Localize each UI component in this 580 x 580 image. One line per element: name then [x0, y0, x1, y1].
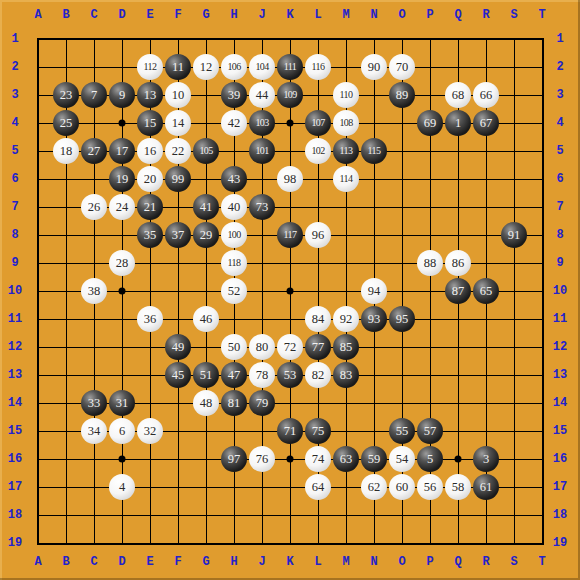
move-number: 104: [255, 62, 268, 72]
move-number: 71: [284, 425, 297, 438]
row-label: 4: [11, 117, 18, 129]
stone-white: 20: [137, 166, 163, 192]
move-number: 97: [228, 453, 241, 466]
move-number: 4: [119, 481, 125, 494]
row-label: 1: [11, 33, 18, 45]
row-label: 6: [11, 173, 18, 185]
stone-white: 46: [193, 306, 219, 332]
move-number: 90: [368, 61, 381, 74]
move-number: 13: [144, 89, 157, 102]
stone-black: 23: [53, 82, 79, 108]
move-number: 58: [452, 481, 465, 494]
stone-white: 104: [249, 54, 275, 80]
column-label: J: [258, 9, 265, 21]
star-point: [119, 456, 126, 463]
move-number: 50: [228, 341, 241, 354]
star-point: [287, 456, 294, 463]
move-number: 40: [228, 201, 241, 214]
move-number: 76: [256, 453, 269, 466]
move-number: 25: [60, 117, 73, 130]
move-number: 96: [312, 229, 325, 242]
stone-black: 105: [193, 138, 219, 164]
move-number: 111: [284, 62, 296, 72]
move-number: 29: [200, 229, 213, 242]
stone-white: 52: [221, 278, 247, 304]
move-number: 45: [172, 369, 185, 382]
move-number: 56: [424, 481, 437, 494]
move-number: 34: [88, 425, 101, 438]
stone-white: 114: [333, 166, 359, 192]
move-number: 93: [368, 313, 381, 326]
column-label: G: [202, 9, 209, 21]
move-number: 61: [480, 481, 493, 494]
move-number: 62: [368, 481, 381, 494]
move-number: 79: [256, 397, 269, 410]
move-number: 118: [228, 258, 241, 268]
stone-white: 58: [445, 474, 471, 500]
column-label: L: [314, 556, 321, 568]
column-label: C: [90, 9, 97, 21]
move-number: 86: [452, 257, 465, 270]
move-number: 1: [455, 117, 461, 130]
stone-black: 97: [221, 446, 247, 472]
stone-black: 61: [473, 474, 499, 500]
move-number: 87: [452, 285, 465, 298]
move-number: 19: [116, 173, 129, 186]
stone-black: 21: [137, 194, 163, 220]
move-number: 44: [256, 89, 269, 102]
stone-white: 96: [305, 222, 331, 248]
stone-white: 92: [333, 306, 359, 332]
move-number: 11: [172, 61, 184, 74]
move-number: 69: [424, 117, 437, 130]
move-number: 60: [396, 481, 409, 494]
stone-black: 7: [81, 82, 107, 108]
stone-black: 65: [473, 278, 499, 304]
stone-white: 62: [361, 474, 387, 500]
move-number: 48: [200, 397, 213, 410]
stone-black: 59: [361, 446, 387, 472]
stone-black: 35: [137, 222, 163, 248]
column-label: O: [398, 556, 405, 568]
move-number: 85: [340, 341, 353, 354]
stone-white: 24: [109, 194, 135, 220]
row-label: 11: [553, 313, 567, 325]
column-label: H: [230, 9, 237, 21]
stone-white: 90: [361, 54, 387, 80]
column-label: A: [34, 9, 41, 21]
stone-black: 27: [81, 138, 107, 164]
move-number: 89: [396, 89, 409, 102]
stone-black: 81: [221, 390, 247, 416]
row-label: 3: [556, 89, 563, 101]
move-number: 38: [88, 285, 101, 298]
move-number: 46: [200, 313, 213, 326]
move-number: 10: [172, 89, 185, 102]
stone-black: 15: [137, 110, 163, 136]
stone-black: 3: [473, 446, 499, 472]
column-label: J: [258, 556, 265, 568]
move-number: 5: [427, 453, 433, 466]
move-number: 68: [452, 89, 465, 102]
move-number: 83: [340, 369, 353, 382]
stone-black: 9: [109, 82, 135, 108]
row-label: 9: [11, 257, 18, 269]
stone-white: 84: [305, 306, 331, 332]
star-point: [119, 288, 126, 295]
row-label: 13: [8, 369, 22, 381]
column-label: S: [510, 9, 517, 21]
move-number: 94: [368, 285, 381, 298]
move-number: 53: [284, 369, 297, 382]
column-label: A: [34, 556, 41, 568]
move-number: 100: [227, 230, 240, 240]
column-label: S: [510, 556, 517, 568]
stone-white: 38: [81, 278, 107, 304]
column-label: L: [314, 9, 321, 21]
move-number: 31: [116, 397, 129, 410]
move-number: 42: [228, 117, 241, 130]
stone-black: 11: [165, 54, 191, 80]
move-number: 39: [228, 89, 241, 102]
move-number: 63: [340, 453, 353, 466]
row-label: 12: [553, 341, 567, 353]
stone-white: 60: [389, 474, 415, 500]
stone-black: 75: [305, 418, 331, 444]
stone-black: 51: [193, 362, 219, 388]
stone-black: 37: [165, 222, 191, 248]
move-number: 66: [480, 89, 493, 102]
column-label: D: [118, 556, 125, 568]
move-number: 59: [368, 453, 381, 466]
column-label: M: [342, 556, 349, 568]
column-label: R: [482, 9, 489, 21]
stone-black: 117: [277, 222, 303, 248]
stone-white: 100: [221, 222, 247, 248]
row-label: 18: [553, 509, 567, 521]
stone-white: 82: [305, 362, 331, 388]
move-number: 91: [508, 229, 521, 242]
stone-white: 14: [165, 110, 191, 136]
move-number: 112: [144, 62, 157, 72]
stone-black: 113: [333, 138, 359, 164]
move-number: 95: [396, 313, 409, 326]
column-label: K: [286, 9, 293, 21]
stone-white: 56: [417, 474, 443, 500]
move-number: 67: [480, 117, 493, 130]
stone-white: 112: [137, 54, 163, 80]
stone-black: 87: [445, 278, 471, 304]
stone-white: 4: [109, 474, 135, 500]
stone-white: 18: [53, 138, 79, 164]
stone-white: 74: [305, 446, 331, 472]
stone-black: 41: [193, 194, 219, 220]
stone-black: 31: [109, 390, 135, 416]
stone-black: 47: [221, 362, 247, 388]
stone-black: 93: [361, 306, 387, 332]
move-number: 98: [284, 173, 297, 186]
row-label: 13: [553, 369, 567, 381]
row-label: 14: [8, 397, 22, 409]
move-number: 109: [283, 90, 296, 100]
column-label: F: [174, 556, 181, 568]
row-label: 9: [556, 257, 563, 269]
stone-white: 44: [249, 82, 275, 108]
stone-white: 116: [305, 54, 331, 80]
stone-white: 34: [81, 418, 107, 444]
move-number: 103: [255, 118, 268, 128]
move-number: 3: [483, 453, 489, 466]
stone-black: 91: [501, 222, 527, 248]
move-number: 116: [312, 62, 325, 72]
move-number: 102: [311, 146, 324, 156]
stone-white: 50: [221, 334, 247, 360]
move-number: 99: [172, 173, 185, 186]
column-label: Q: [454, 9, 461, 21]
move-number: 43: [228, 173, 241, 186]
row-label: 10: [553, 285, 567, 297]
column-label: B: [62, 556, 69, 568]
row-label: 1: [556, 33, 563, 45]
column-label: N: [370, 9, 377, 21]
stone-white: 70: [389, 54, 415, 80]
column-label: D: [118, 9, 125, 21]
stone-black: 101: [249, 138, 275, 164]
stone-black: 33: [81, 390, 107, 416]
row-label: 16: [553, 453, 567, 465]
move-number: 52: [228, 285, 241, 298]
stone-black: 107: [305, 110, 331, 136]
move-number: 54: [396, 453, 409, 466]
stone-black: 39: [221, 82, 247, 108]
move-number: 73: [256, 201, 269, 214]
stone-black: 49: [165, 334, 191, 360]
column-label: O: [398, 9, 405, 21]
stone-black: 53: [277, 362, 303, 388]
stone-black: 103: [249, 110, 275, 136]
move-number: 77: [312, 341, 325, 354]
row-label: 19: [553, 537, 567, 549]
move-number: 6: [119, 425, 125, 438]
move-number: 88: [424, 257, 437, 270]
move-number: 84: [312, 313, 325, 326]
stone-white: 106: [221, 54, 247, 80]
row-label: 6: [556, 173, 563, 185]
column-label: Q: [454, 556, 461, 568]
stone-black: 29: [193, 222, 219, 248]
stone-black: 19: [109, 166, 135, 192]
stone-black: 109: [277, 82, 303, 108]
stone-white: 98: [277, 166, 303, 192]
stone-black: 57: [417, 418, 443, 444]
stone-black: 73: [249, 194, 275, 220]
move-number: 115: [368, 146, 381, 156]
column-label: R: [482, 556, 489, 568]
column-label: T: [538, 9, 545, 21]
stone-white: 102: [305, 138, 331, 164]
row-label: 12: [8, 341, 22, 353]
stone-black: 115: [361, 138, 387, 164]
move-number: 108: [339, 118, 352, 128]
column-label: G: [202, 556, 209, 568]
stone-black: 69: [417, 110, 443, 136]
stone-white: 40: [221, 194, 247, 220]
stone-white: 28: [109, 250, 135, 276]
row-label: 15: [553, 425, 567, 437]
stone-black: 25: [53, 110, 79, 136]
row-label: 11: [8, 313, 22, 325]
row-label: 5: [11, 145, 18, 157]
row-label: 17: [8, 481, 22, 493]
move-number: 105: [199, 146, 212, 156]
stone-white: 68: [445, 82, 471, 108]
move-number: 41: [200, 201, 213, 214]
stone-black: 83: [333, 362, 359, 388]
move-number: 14: [172, 117, 185, 130]
move-number: 92: [340, 313, 353, 326]
star-point: [287, 120, 294, 127]
move-number: 18: [60, 145, 73, 158]
move-number: 72: [284, 341, 297, 354]
row-label: 5: [556, 145, 563, 157]
column-label: B: [62, 9, 69, 21]
stone-black: 71: [277, 418, 303, 444]
stone-black: 111: [277, 54, 303, 80]
move-number: 20: [144, 173, 157, 186]
stone-white: 64: [305, 474, 331, 500]
stone-black: 89: [389, 82, 415, 108]
move-number: 80: [256, 341, 269, 354]
stone-black: 63: [333, 446, 359, 472]
stone-white: 108: [333, 110, 359, 136]
move-number: 35: [144, 229, 157, 242]
stone-white: 72: [277, 334, 303, 360]
stone-white: 80: [249, 334, 275, 360]
column-label: E: [146, 9, 153, 21]
move-number: 16: [144, 145, 157, 158]
stone-white: 78: [249, 362, 275, 388]
move-number: 113: [340, 146, 353, 156]
move-number: 82: [312, 369, 325, 382]
row-label: 15: [8, 425, 22, 437]
move-number: 49: [172, 341, 185, 354]
move-number: 36: [144, 313, 157, 326]
move-number: 15: [144, 117, 157, 130]
move-number: 106: [227, 62, 240, 72]
stone-black: 43: [221, 166, 247, 192]
column-label: P: [426, 9, 433, 21]
move-number: 55: [396, 425, 409, 438]
column-label: P: [426, 556, 433, 568]
move-number: 57: [424, 425, 437, 438]
column-label: C: [90, 556, 97, 568]
stone-white: 66: [473, 82, 499, 108]
stone-white: 48: [193, 390, 219, 416]
stone-white: 32: [137, 418, 163, 444]
row-label: 8: [556, 229, 563, 241]
row-label: 8: [11, 229, 18, 241]
go-board-diagram: ABCDEFGHJKLMNOPQRST ABCDEFGHJKLMNOPQRST …: [0, 0, 580, 580]
row-label: 2: [556, 61, 563, 73]
stone-white: 42: [221, 110, 247, 136]
move-number: 78: [256, 369, 269, 382]
stone-white: 36: [137, 306, 163, 332]
move-number: 51: [200, 369, 213, 382]
stone-black: 99: [165, 166, 191, 192]
stone-black: 1: [445, 110, 471, 136]
stone-white: 10: [165, 82, 191, 108]
row-label: 4: [556, 117, 563, 129]
move-number: 27: [88, 145, 101, 158]
move-number: 9: [119, 89, 125, 102]
stone-white: 16: [137, 138, 163, 164]
star-point: [119, 120, 126, 127]
move-number: 23: [60, 89, 73, 102]
row-label: 7: [556, 201, 563, 213]
stone-black: 17: [109, 138, 135, 164]
row-label: 3: [11, 89, 18, 101]
stone-white: 88: [417, 250, 443, 276]
move-number: 74: [312, 453, 325, 466]
row-label: 7: [11, 201, 18, 213]
column-label: N: [370, 556, 377, 568]
move-number: 64: [312, 481, 325, 494]
move-number: 28: [116, 257, 129, 270]
move-number: 65: [480, 285, 493, 298]
move-number: 101: [255, 146, 268, 156]
stone-black: 77: [305, 334, 331, 360]
row-label: 16: [8, 453, 22, 465]
stone-white: 54: [389, 446, 415, 472]
stone-white: 12: [193, 54, 219, 80]
move-number: 114: [340, 174, 353, 184]
row-label: 10: [8, 285, 22, 297]
column-label: F: [174, 9, 181, 21]
stone-black: 45: [165, 362, 191, 388]
move-number: 24: [116, 201, 129, 214]
move-number: 70: [396, 61, 409, 74]
stone-white: 118: [221, 250, 247, 276]
column-label: E: [146, 556, 153, 568]
column-label: K: [286, 556, 293, 568]
stone-black: 95: [389, 306, 415, 332]
column-label: H: [230, 556, 237, 568]
move-number: 22: [172, 145, 185, 158]
star-point: [287, 288, 294, 295]
stone-white: 76: [249, 446, 275, 472]
move-number: 21: [144, 201, 157, 214]
stone-white: 6: [109, 418, 135, 444]
stone-white: 110: [333, 82, 359, 108]
stone-black: 55: [389, 418, 415, 444]
stone-black: 67: [473, 110, 499, 136]
column-label: T: [538, 556, 545, 568]
stone-white: 94: [361, 278, 387, 304]
move-number: 17: [116, 145, 129, 158]
move-number: 117: [284, 230, 297, 240]
move-number: 47: [228, 369, 241, 382]
stone-black: 5: [417, 446, 443, 472]
star-point: [455, 456, 462, 463]
column-label: M: [342, 9, 349, 21]
move-number: 12: [200, 61, 213, 74]
row-label: 17: [553, 481, 567, 493]
move-number: 33: [88, 397, 101, 410]
stone-white: 22: [165, 138, 191, 164]
stone-white: 86: [445, 250, 471, 276]
row-label: 2: [11, 61, 18, 73]
move-number: 37: [172, 229, 185, 242]
